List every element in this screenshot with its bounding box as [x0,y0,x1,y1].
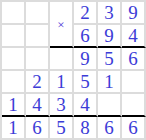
grid-cell-r6c4: 8 [74,117,98,140]
grid-cell-r5c4: 4 [74,94,98,117]
grid-cell-r4c1 [2,71,26,94]
grid-cell-r3c5: 5 [98,48,122,71]
grid-cell-r4c3: 1 [50,71,74,94]
grid-cell-r4c5: 1 [98,71,122,94]
grid-cell-r6c3: 5 [50,117,74,140]
grid-cell-r5c3: 3 [50,94,74,117]
grid-cell-r5c1: 1 [2,94,26,117]
grid-cell-r6c1: 1 [2,117,26,140]
grid-cell-r3c4: 9 [74,48,98,71]
grid-cell-r2c1 [2,25,26,48]
grid-cell-r3c3 [50,48,74,71]
grid-cell-r3c1 [2,48,26,71]
grid-cell-r6c5: 6 [98,117,122,140]
grid-cell-r5c2: 4 [26,94,50,117]
grid-cell-r1c2 [26,2,50,25]
grid-cell-r6c2: 6 [26,117,50,140]
grid-cell-r4c2: 2 [26,71,50,94]
grid-cell-r2c6: 4 [122,25,146,48]
grid-cell-r1c4: 2 [74,2,98,25]
grid-cell-r4c4: 5 [74,71,98,94]
grid-cell-r5c5 [98,94,122,117]
grid-cell-r3c2 [26,48,50,71]
grid-cell-r6c6: 6 [122,117,146,140]
grid-cell-r2c2 [26,25,50,48]
grid-cell-r5c6 [122,94,146,117]
grid-cell-r1c6: 9 [122,2,146,25]
grid-cell-r2c5: 9 [98,25,122,48]
grid-cell-r1c1 [2,2,26,25]
grid-cell-r2c4: 6 [74,25,98,48]
multiplication-grid: ×23969495621511434165866 [0,0,146,140]
grid-cell-r1c5: 3 [98,2,122,25]
grid-cell-r4c6 [122,71,146,94]
multiply-sign: × [50,2,74,48]
grid-cell-r3c6: 6 [122,48,146,71]
